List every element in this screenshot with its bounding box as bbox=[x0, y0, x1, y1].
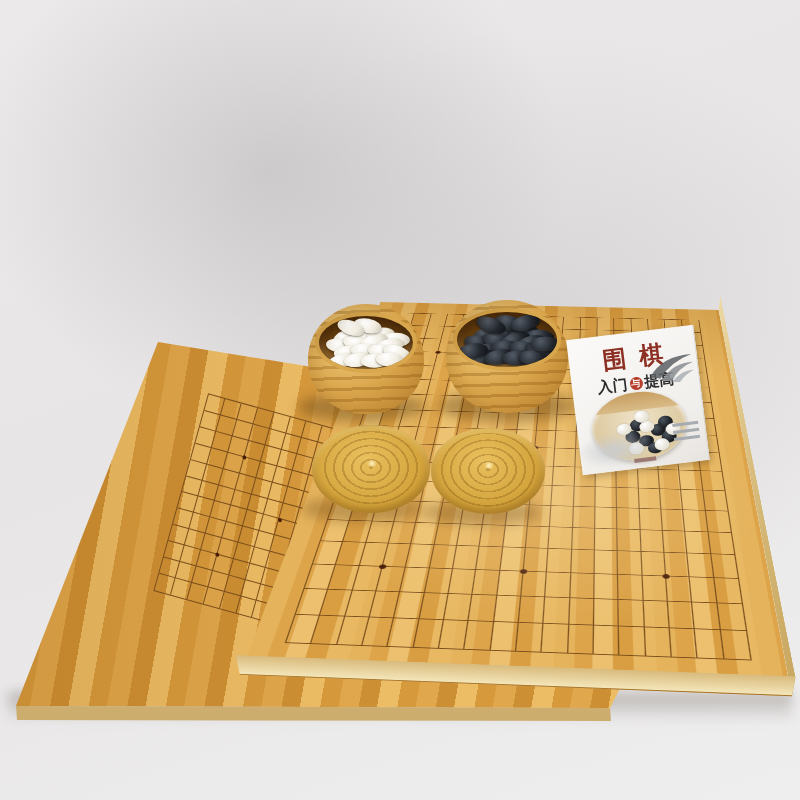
grid-cell bbox=[618, 551, 642, 575]
grid-cell bbox=[714, 578, 742, 604]
grid-cell bbox=[619, 600, 645, 627]
grid-cell bbox=[453, 546, 480, 570]
grid-cell bbox=[434, 523, 461, 546]
grid-cell bbox=[638, 488, 661, 509]
grid-cell bbox=[473, 570, 500, 596]
grid-cell bbox=[639, 508, 663, 530]
grid-cell bbox=[661, 509, 685, 531]
grid-cell bbox=[343, 520, 372, 543]
right-bowl-lid bbox=[431, 428, 545, 514]
grid-cell bbox=[542, 624, 569, 653]
grid-cell bbox=[524, 548, 549, 572]
grid-cell bbox=[571, 550, 595, 574]
grid-cell bbox=[439, 620, 469, 649]
grid-cell bbox=[594, 599, 619, 626]
grid-cell bbox=[595, 487, 617, 508]
grid-cell bbox=[550, 506, 573, 528]
grid-cell bbox=[544, 597, 570, 624]
grid-cell bbox=[400, 568, 429, 593]
grid-cell bbox=[519, 597, 546, 624]
black-stone-bowl bbox=[446, 300, 568, 413]
grid-cell bbox=[413, 619, 443, 648]
grid-cell bbox=[617, 468, 639, 488]
grid-cell bbox=[312, 616, 345, 644]
grid-cell bbox=[406, 545, 434, 569]
grid-cell bbox=[695, 629, 724, 658]
grid-cell bbox=[549, 527, 573, 550]
star-point bbox=[520, 569, 527, 574]
grid-cell bbox=[469, 595, 497, 622]
grid-cell bbox=[552, 486, 575, 507]
grid-cell bbox=[668, 602, 695, 630]
grid-cell bbox=[457, 524, 483, 547]
grid-cell bbox=[688, 554, 714, 579]
grid-cell bbox=[389, 522, 417, 545]
grid-cell bbox=[359, 543, 388, 567]
grid-cell bbox=[394, 592, 424, 619]
grid-cell bbox=[352, 566, 382, 591]
grid-cell bbox=[480, 525, 506, 548]
grid-cell bbox=[683, 510, 708, 532]
cover-white-stone bbox=[654, 437, 670, 450]
grid-cell bbox=[370, 592, 401, 619]
grid-cell bbox=[500, 548, 526, 572]
grid-cell bbox=[304, 565, 336, 590]
grid-cell bbox=[362, 618, 394, 647]
grid-cell bbox=[681, 490, 705, 511]
grid-cell bbox=[286, 615, 320, 643]
grid-cell bbox=[708, 532, 734, 555]
grid-cell bbox=[521, 572, 547, 598]
grid-cell bbox=[703, 490, 728, 511]
grid-cell bbox=[345, 591, 376, 618]
grid-cell bbox=[638, 469, 660, 489]
star-point bbox=[662, 574, 669, 579]
small-text-line bbox=[674, 435, 700, 441]
lid-weave-rings bbox=[319, 430, 423, 507]
star-point bbox=[379, 565, 387, 570]
grid-cell bbox=[574, 486, 596, 507]
grid-cell bbox=[516, 623, 544, 652]
grid-cell bbox=[526, 526, 550, 549]
left-bowl-lid bbox=[312, 425, 430, 513]
grid-cell bbox=[388, 618, 419, 647]
grid-cell bbox=[641, 552, 666, 577]
grid-cell bbox=[449, 569, 477, 595]
grid-cell bbox=[503, 525, 528, 548]
grid-cell bbox=[313, 541, 343, 565]
booklet-small-text-lines bbox=[672, 421, 700, 441]
grid-cell bbox=[572, 528, 595, 551]
bowl-shading bbox=[446, 300, 568, 413]
grid-cell bbox=[711, 554, 738, 579]
grid-cell bbox=[497, 571, 524, 597]
grid-cell bbox=[494, 596, 521, 623]
small-text-line bbox=[673, 428, 699, 434]
grid-cell bbox=[642, 576, 668, 602]
grid-cell bbox=[686, 531, 712, 554]
grid-cell bbox=[568, 625, 594, 654]
grid-cell bbox=[618, 575, 643, 601]
grid-cell bbox=[419, 593, 448, 620]
grid-cell bbox=[553, 467, 575, 487]
grid-cell bbox=[476, 547, 502, 571]
grid-cell bbox=[547, 549, 572, 573]
grid-cell bbox=[383, 544, 412, 568]
grid-cell bbox=[717, 603, 746, 631]
grid-cell bbox=[594, 626, 620, 655]
grid-cell bbox=[424, 569, 453, 594]
grid-cell bbox=[619, 627, 645, 656]
grid-cell bbox=[328, 565, 359, 590]
grid-cell bbox=[546, 573, 571, 599]
lid-weave-rings bbox=[438, 433, 538, 509]
grid-cell bbox=[336, 542, 366, 566]
grid-cell bbox=[690, 577, 717, 603]
grid-cell bbox=[376, 567, 406, 592]
bowl-shading bbox=[308, 304, 424, 414]
instruction-booklet: 围棋 入门 与 提高 bbox=[566, 325, 710, 476]
grid-cell bbox=[659, 470, 682, 490]
white-stone-bowl bbox=[308, 304, 424, 414]
cover-ink-wash bbox=[574, 429, 654, 472]
grid-cell bbox=[573, 506, 596, 528]
grid-cell bbox=[569, 598, 594, 625]
grid-cell bbox=[570, 573, 595, 599]
grid-cell bbox=[680, 470, 703, 490]
grid-cell bbox=[366, 521, 394, 544]
grid-cell bbox=[693, 603, 721, 631]
grid-cell bbox=[645, 627, 672, 656]
grid-cell bbox=[444, 594, 473, 621]
grid-cell bbox=[643, 601, 669, 628]
booklet-subtitle-connector: 与 bbox=[629, 376, 643, 390]
grid-cell bbox=[337, 617, 370, 645]
grid-cell bbox=[663, 530, 688, 553]
grid-cell bbox=[705, 511, 730, 533]
grid-cell bbox=[554, 448, 575, 467]
ink-brush-graphic bbox=[644, 347, 696, 389]
grid-cell bbox=[618, 529, 642, 552]
grid-cell bbox=[670, 628, 698, 657]
grid-cell bbox=[721, 630, 751, 659]
grid-cell bbox=[664, 553, 690, 578]
grid-cell bbox=[465, 621, 494, 650]
grid-cell bbox=[429, 545, 457, 569]
grid-cell bbox=[595, 528, 618, 551]
grid-cell bbox=[595, 551, 619, 575]
grid-cell bbox=[594, 574, 618, 600]
grid-cell bbox=[595, 507, 618, 529]
grid-cell bbox=[660, 489, 683, 510]
grid-cell bbox=[411, 522, 438, 545]
grid-cell bbox=[490, 622, 518, 651]
product-photo-backdrop: 围棋 入门 与 提高 bbox=[0, 0, 800, 800]
grid-cell bbox=[617, 488, 639, 509]
grid-cell bbox=[701, 471, 725, 491]
grid-cell bbox=[666, 577, 692, 603]
grid-cell bbox=[320, 590, 352, 617]
grid-cell bbox=[321, 520, 350, 543]
grid-cell bbox=[640, 530, 664, 553]
grid-cell bbox=[617, 508, 640, 530]
grid-cell bbox=[296, 589, 329, 616]
